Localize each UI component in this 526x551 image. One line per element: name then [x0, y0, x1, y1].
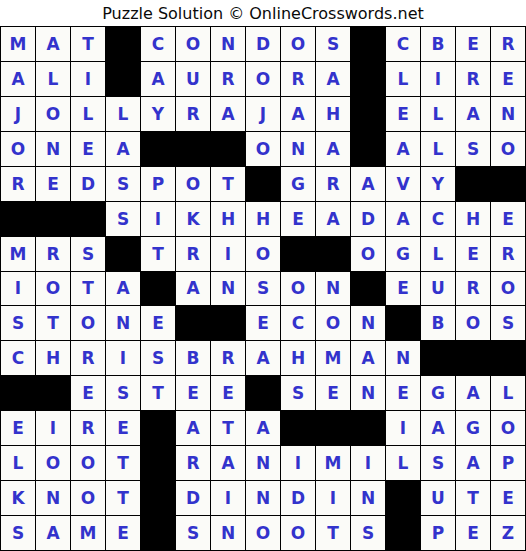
grid-cell-r11c9: S — [281, 376, 315, 410]
grid-cell-r15c3: M — [71, 516, 105, 550]
black-square-r7c9 — [281, 237, 315, 271]
black-square-r8c5 — [141, 272, 175, 306]
black-square-r11c1 — [1, 376, 35, 410]
grid-cell-r4c14: S — [456, 132, 490, 166]
grid-cell-r9c9: C — [281, 306, 315, 340]
grid-cell-r9c11: N — [351, 306, 385, 340]
grid-cell-r3c13: L — [421, 97, 455, 131]
grid-cell-r14c14: T — [456, 481, 490, 515]
black-square-r4c7 — [211, 132, 245, 166]
grid-cell-r13c10: M — [316, 446, 350, 480]
grid-cell-r6c6: K — [176, 202, 210, 236]
grid-cell-r13c13: S — [421, 446, 455, 480]
grid-cell-r10c7: R — [211, 341, 245, 375]
grid-cell-r1c8: D — [246, 27, 280, 61]
grid-cell-r10c11: A — [351, 341, 385, 375]
black-square-r10c14 — [456, 341, 490, 375]
grid-cell-r8c9: O — [281, 272, 315, 306]
grid-cell-r6c12: A — [386, 202, 420, 236]
grid-cell-r3c7: A — [211, 97, 245, 131]
grid-cell-r15c13: P — [421, 516, 455, 550]
grid-cell-r5c10: R — [316, 167, 350, 201]
grid-cell-r5c2: E — [36, 167, 70, 201]
grid-cell-r13c12: L — [386, 446, 420, 480]
grid-cell-r11c6: E — [176, 376, 210, 410]
grid-cell-r12c15: O — [491, 411, 525, 445]
grid-cell-r3c8: J — [246, 97, 280, 131]
grid-cell-r13c15: P — [491, 446, 525, 480]
grid-cell-r1c10: S — [316, 27, 350, 61]
grid-cell-r7c14: E — [456, 237, 490, 271]
black-square-r3c11 — [351, 97, 385, 131]
grid-cell-r7c1: M — [1, 237, 35, 271]
grid-cell-r14c9: D — [281, 481, 315, 515]
black-square-r4c6 — [176, 132, 210, 166]
black-square-r13c5 — [141, 446, 175, 480]
black-square-r4c5 — [141, 132, 175, 166]
grid-cell-r4c8: O — [246, 132, 280, 166]
grid-cell-r15c6: S — [176, 516, 210, 550]
grid-cell-r3c12: E — [386, 97, 420, 131]
grid-cell-r2c6: U — [176, 62, 210, 96]
grid-cell-r6c15: E — [491, 202, 525, 236]
grid-cell-r4c13: L — [421, 132, 455, 166]
grid-cell-r2c7: R — [211, 62, 245, 96]
grid-cell-r9c5: E — [141, 306, 175, 340]
grid-cell-r14c3: O — [71, 481, 105, 515]
grid-cell-r1c14: E — [456, 27, 490, 61]
grid-cell-r8c12: E — [386, 272, 420, 306]
grid-cell-r9c14: O — [456, 306, 490, 340]
grid-cell-r8c7: N — [211, 272, 245, 306]
grid-cell-r2c10: A — [316, 62, 350, 96]
grid-cell-r15c8: O — [246, 516, 280, 550]
grid-cell-r3c6: R — [176, 97, 210, 131]
black-square-r9c7 — [211, 306, 245, 340]
grid-cell-r11c12: E — [386, 376, 420, 410]
grid-cell-r15c15: Z — [491, 516, 525, 550]
black-square-r11c8 — [246, 376, 280, 410]
grid-cell-r10c1: C — [1, 341, 35, 375]
grid-cell-r13c1: L — [1, 446, 35, 480]
puzzle-solution-page: Puzzle Solution © OnlineCrosswords.net M… — [0, 0, 526, 551]
grid-cell-r12c1: E — [1, 411, 35, 445]
grid-cell-r5c1: R — [1, 167, 35, 201]
grid-cell-r13c7: A — [211, 446, 245, 480]
grid-cell-r12c6: A — [176, 411, 210, 445]
grid-cell-r1c15: R — [491, 27, 525, 61]
grid-cell-r13c8: N — [246, 446, 280, 480]
grid-cell-r14c11: N — [351, 481, 385, 515]
grid-cell-r13c9: I — [281, 446, 315, 480]
grid-cell-r7c13: L — [421, 237, 455, 271]
grid-cell-r7c12: G — [386, 237, 420, 271]
grid-cell-r7c5: T — [141, 237, 175, 271]
grid-cell-r5c6: O — [176, 167, 210, 201]
black-square-r6c3 — [71, 202, 105, 236]
grid-cell-r4c15: O — [491, 132, 525, 166]
grid-cell-r8c6: A — [176, 272, 210, 306]
grid-cell-r7c8: O — [246, 237, 280, 271]
grid-cell-r10c5: S — [141, 341, 175, 375]
grid-cell-r2c3: I — [71, 62, 105, 96]
grid-cell-r3c2: O — [36, 97, 70, 131]
grid-cell-r6c9: E — [281, 202, 315, 236]
grid-cell-r11c14: A — [456, 376, 490, 410]
black-square-r2c4 — [106, 62, 140, 96]
black-square-r4c11 — [351, 132, 385, 166]
grid-cell-r14c8: N — [246, 481, 280, 515]
black-square-r15c12 — [386, 516, 420, 550]
grid-cell-r14c4: T — [106, 481, 140, 515]
grid-cell-r2c5: A — [141, 62, 175, 96]
grid-cell-r7c15: R — [491, 237, 525, 271]
grid-cell-r9c2: T — [36, 306, 70, 340]
grid-cell-r8c3: T — [71, 272, 105, 306]
black-square-r6c1 — [1, 202, 35, 236]
grid-cell-r5c4: S — [106, 167, 140, 201]
grid-cell-r10c12: N — [386, 341, 420, 375]
grid-cell-r11c4: S — [106, 376, 140, 410]
grid-cell-r15c4: E — [106, 516, 140, 550]
grid-cell-r3c4: L — [106, 97, 140, 131]
grid-cell-r12c13: A — [421, 411, 455, 445]
grid-cell-r12c14: G — [456, 411, 490, 445]
black-square-r12c11 — [351, 411, 385, 445]
grid-cell-r1c5: C — [141, 27, 175, 61]
grid-cell-r2c2: L — [36, 62, 70, 96]
grid-cell-r2c12: L — [386, 62, 420, 96]
black-square-r2c11 — [351, 62, 385, 96]
grid-cell-r15c7: N — [211, 516, 245, 550]
grid-cell-r12c8: A — [246, 411, 280, 445]
grid-cell-r8c1: I — [1, 272, 35, 306]
grid-cell-r1c1: M — [1, 27, 35, 61]
grid-cell-r5c7: T — [211, 167, 245, 201]
grid-cell-r6c5: I — [141, 202, 175, 236]
grid-cell-r3c15: N — [491, 97, 525, 131]
grid-cell-r8c8: S — [246, 272, 280, 306]
black-square-r5c14 — [456, 167, 490, 201]
black-square-r7c10 — [316, 237, 350, 271]
grid-cell-r9c13: B — [421, 306, 455, 340]
grid-cell-r3c3: L — [71, 97, 105, 131]
grid-cell-r11c7: E — [211, 376, 245, 410]
grid-cell-r15c1: S — [1, 516, 35, 550]
page-title: Puzzle Solution © OnlineCrosswords.net — [102, 4, 424, 23]
black-square-r7c4 — [106, 237, 140, 271]
grid-cell-r5c5: P — [141, 167, 175, 201]
grid-cell-r14c1: K — [1, 481, 35, 515]
black-square-r12c5 — [141, 411, 175, 445]
grid-cell-r7c3: S — [71, 237, 105, 271]
grid-cell-r15c11: S — [351, 516, 385, 550]
grid-cell-r1c6: O — [176, 27, 210, 61]
grid-cell-r12c2: I — [36, 411, 70, 445]
grid-cell-r13c2: O — [36, 446, 70, 480]
grid-cell-r8c15: O — [491, 272, 525, 306]
grid-cell-r3c5: Y — [141, 97, 175, 131]
black-square-r10c13 — [421, 341, 455, 375]
grid-cell-r1c3: T — [71, 27, 105, 61]
grid-cell-r6c11: D — [351, 202, 385, 236]
grid-cell-r5c11: A — [351, 167, 385, 201]
black-square-r14c12 — [386, 481, 420, 515]
grid-cell-r6c10: A — [316, 202, 350, 236]
grid-cell-r4c4: A — [106, 132, 140, 166]
black-square-r9c12 — [386, 306, 420, 340]
grid-cell-r2c15: E — [491, 62, 525, 96]
grid-cell-r15c14: E — [456, 516, 490, 550]
grid-cell-r7c6: R — [176, 237, 210, 271]
grid-cell-r2c8: O — [246, 62, 280, 96]
grid-cell-r14c15: E — [491, 481, 525, 515]
grid-cell-r4c3: E — [71, 132, 105, 166]
grid-cell-r6c13: C — [421, 202, 455, 236]
black-square-r12c9 — [281, 411, 315, 445]
grid-cell-r12c7: T — [211, 411, 245, 445]
grid-cell-r12c4: E — [106, 411, 140, 445]
black-square-r5c8 — [246, 167, 280, 201]
grid-cell-r5c13: Y — [421, 167, 455, 201]
grid-cell-r10c2: H — [36, 341, 70, 375]
black-square-r12c10 — [316, 411, 350, 445]
grid-cell-r10c6: B — [176, 341, 210, 375]
grid-cell-r7c2: R — [36, 237, 70, 271]
grid-cell-r6c8: H — [246, 202, 280, 236]
grid-cell-r10c4: I — [106, 341, 140, 375]
grid-cell-r11c10: E — [316, 376, 350, 410]
grid-cell-r9c10: O — [316, 306, 350, 340]
grid-cell-r6c4: S — [106, 202, 140, 236]
black-square-r10c15 — [491, 341, 525, 375]
grid-cell-r11c13: G — [421, 376, 455, 410]
grid-cell-r1c7: N — [211, 27, 245, 61]
grid-cell-r14c2: N — [36, 481, 70, 515]
grid-cell-r1c12: C — [386, 27, 420, 61]
title-bar: Puzzle Solution © OnlineCrosswords.net — [0, 0, 526, 26]
grid-cell-r13c3: O — [71, 446, 105, 480]
black-square-r1c11 — [351, 27, 385, 61]
grid-cell-r13c6: R — [176, 446, 210, 480]
grid-cell-r2c13: I — [421, 62, 455, 96]
grid-cell-r3c1: J — [1, 97, 35, 131]
grid-cell-r13c11: I — [351, 446, 385, 480]
grid-cell-r10c10: M — [316, 341, 350, 375]
grid-cell-r1c9: O — [281, 27, 315, 61]
grid-cell-r5c9: G — [281, 167, 315, 201]
grid-cell-r15c10: T — [316, 516, 350, 550]
grid-cell-r9c3: O — [71, 306, 105, 340]
grid-cell-r11c3: E — [71, 376, 105, 410]
grid-cell-r2c1: A — [1, 62, 35, 96]
black-square-r14c5 — [141, 481, 175, 515]
black-square-r9c6 — [176, 306, 210, 340]
grid-cell-r15c9: O — [281, 516, 315, 550]
grid-cell-r9c1: S — [1, 306, 35, 340]
grid-cell-r1c2: A — [36, 27, 70, 61]
grid-cell-r9c8: E — [246, 306, 280, 340]
grid-cell-r2c9: R — [281, 62, 315, 96]
black-square-r15c5 — [141, 516, 175, 550]
grid-cell-r13c4: T — [106, 446, 140, 480]
black-square-r8c11 — [351, 272, 385, 306]
grid-cell-r8c14: R — [456, 272, 490, 306]
grid-cell-r14c7: I — [211, 481, 245, 515]
grid-cell-r14c13: U — [421, 481, 455, 515]
grid-cell-r7c11: O — [351, 237, 385, 271]
grid-cell-r11c15: L — [491, 376, 525, 410]
grid-cell-r7c7: I — [211, 237, 245, 271]
black-square-r11c2 — [36, 376, 70, 410]
grid-cell-r8c10: N — [316, 272, 350, 306]
grid-cell-r4c9: N — [281, 132, 315, 166]
grid-cell-r4c1: O — [1, 132, 35, 166]
grid-cell-r14c10: I — [316, 481, 350, 515]
grid-cell-r8c2: O — [36, 272, 70, 306]
grid-cell-r3c14: A — [456, 97, 490, 131]
grid-cell-r6c7: H — [211, 202, 245, 236]
grid-cell-r9c15: S — [491, 306, 525, 340]
grid-cell-r5c12: V — [386, 167, 420, 201]
grid-cell-r4c2: N — [36, 132, 70, 166]
grid-cell-r12c12: I — [386, 411, 420, 445]
grid-cell-r13c14: A — [456, 446, 490, 480]
grid-cell-r6c14: H — [456, 202, 490, 236]
grid-cell-r3c10: H — [316, 97, 350, 131]
black-square-r5c15 — [491, 167, 525, 201]
grid-cell-r12c3: R — [71, 411, 105, 445]
grid-cell-r10c8: A — [246, 341, 280, 375]
grid-cell-r1c13: B — [421, 27, 455, 61]
grid-cell-r8c4: A — [106, 272, 140, 306]
grid-cell-r14c6: D — [176, 481, 210, 515]
crossword-grid: MATCONDOSCBERALIAURORALIREJOLLYRAJAHELAN… — [0, 26, 526, 551]
black-square-r1c4 — [106, 27, 140, 61]
grid-cell-r4c10: A — [316, 132, 350, 166]
grid-cell-r15c2: A — [36, 516, 70, 550]
grid-cell-r9c4: N — [106, 306, 140, 340]
grid-cell-r4c12: A — [386, 132, 420, 166]
grid-cell-r5c3: D — [71, 167, 105, 201]
grid-cell-r10c9: H — [281, 341, 315, 375]
grid-cell-r10c3: R — [71, 341, 105, 375]
grid-cell-r11c11: N — [351, 376, 385, 410]
black-square-r6c2 — [36, 202, 70, 236]
grid-cell-r8c13: U — [421, 272, 455, 306]
grid-cell-r2c14: R — [456, 62, 490, 96]
grid-cell-r11c5: T — [141, 376, 175, 410]
grid-cell-r3c9: A — [281, 97, 315, 131]
